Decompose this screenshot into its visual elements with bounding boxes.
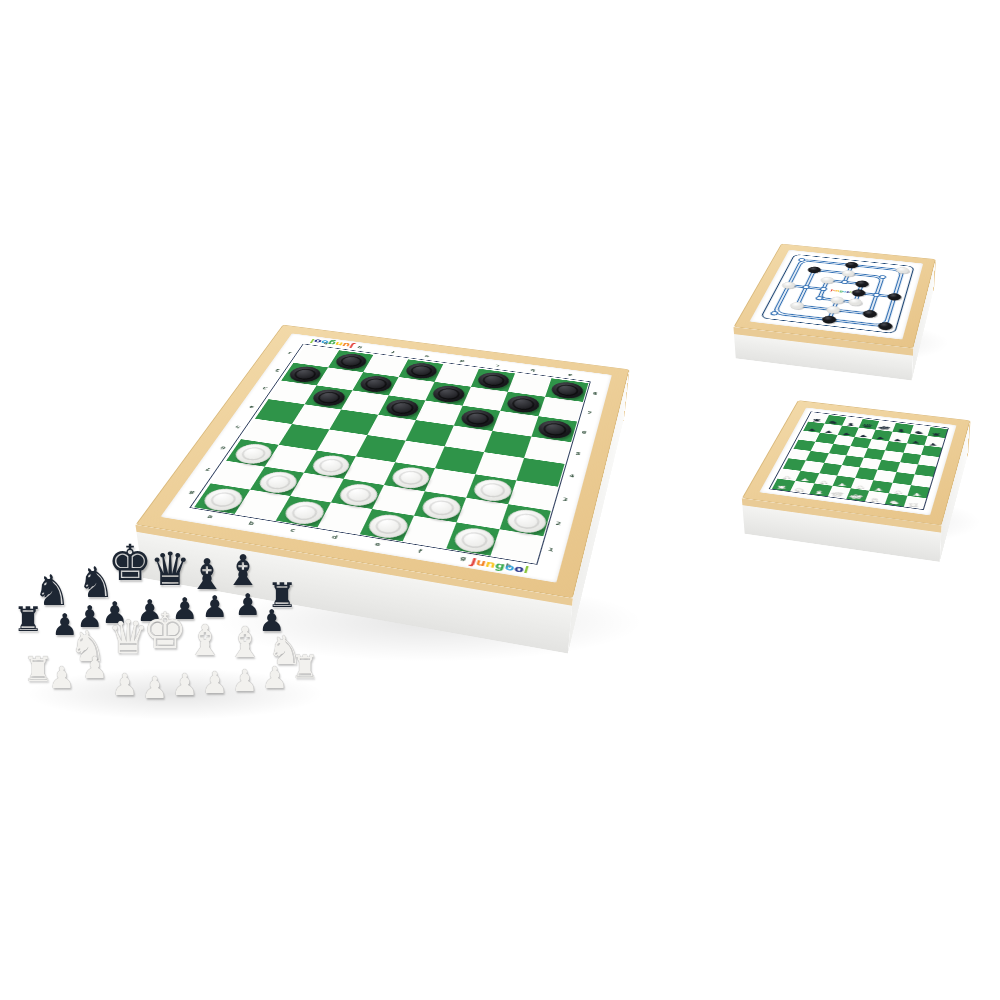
chess-square	[790, 481, 814, 494]
chess-piece-black-king: ♚	[877, 426, 892, 431]
chess-square	[855, 468, 877, 481]
chess-square	[907, 485, 929, 498]
coord-label: 5	[575, 451, 581, 456]
chess-square	[851, 478, 874, 491]
morris-point	[830, 308, 837, 312]
cluster-piece-white-pawn: ♟	[202, 668, 229, 698]
coord-label: 6	[581, 430, 587, 435]
chess-piece-black-knight: ♞	[827, 420, 839, 424]
coord-label: d	[459, 359, 465, 363]
morris-point	[866, 312, 873, 316]
chess-piece-black-rook: ♜	[930, 433, 942, 437]
chess-piece-white-queen: ♛	[830, 492, 845, 497]
stone-shadow	[790, 303, 806, 310]
coord-label: 8	[187, 489, 195, 495]
chess-piece-black-pawn: ♟	[807, 428, 817, 431]
cluster-piece-white-rook: ♜	[291, 651, 320, 683]
cluster-piece-white-pawn: ♟	[112, 670, 139, 700]
coord-label: 4	[569, 473, 575, 478]
chess-square	[778, 468, 801, 481]
chess-square	[837, 465, 860, 477]
morris-point	[841, 280, 848, 284]
coord-label: 3	[261, 386, 268, 390]
stone-shadow	[848, 300, 863, 307]
coord-label: 2	[274, 368, 281, 372]
chess-piece-white-knight: ♞	[887, 500, 901, 505]
chess-board-sheet: ♜♞♝♛♚♝♞♜♟♟♟♟♟♟♟♟♟♟♟♟♟♟♟♟♜♞♝♛♚♝♞♜	[759, 408, 956, 516]
chess-square	[828, 486, 851, 499]
checkers-square-c3	[304, 451, 356, 479]
morris-point	[770, 311, 778, 315]
morris-points	[770, 258, 905, 328]
cluster-piece-black-king: ♚	[108, 538, 153, 588]
chess-piece-black-pawn: ♟	[910, 441, 920, 444]
cluster-piece-black-pawn: ♟	[235, 590, 262, 620]
brand-letter: u	[474, 557, 487, 568]
checkers-square-f3	[425, 468, 476, 497]
morris-point	[834, 298, 841, 302]
morris-point	[879, 275, 886, 278]
coord-label: h	[505, 563, 512, 569]
morris-stone-white	[847, 298, 862, 306]
chess-square	[874, 470, 896, 483]
chess-square	[870, 480, 893, 493]
chess-piece-black-rook: ♜	[811, 419, 822, 422]
coord-label: 7	[587, 410, 593, 415]
chess-piece-white-pawn: ♟	[911, 493, 922, 497]
cluster-piece-black-rook: ♜	[13, 602, 43, 636]
checker-white	[230, 441, 276, 465]
chess-piece-black-pawn: ♟	[858, 434, 868, 437]
chess-piece-white-pawn: ♟	[782, 476, 793, 479]
morris-point	[882, 324, 889, 328]
chess-square	[892, 472, 914, 485]
checkers-square-a3	[226, 439, 279, 466]
chess-square	[911, 475, 933, 488]
chess-piece-black-pawn: ♟	[893, 438, 903, 441]
chess-square	[801, 461, 824, 473]
chess-square	[842, 455, 864, 467]
coord-label: 6	[219, 445, 227, 450]
checkers-square-c2	[290, 473, 343, 503]
checkers-square-f2	[414, 491, 466, 522]
brand-letter: l	[849, 290, 852, 293]
morris-point	[852, 300, 859, 304]
morris-stone-white	[829, 296, 844, 304]
morris-point	[793, 304, 801, 308]
checkers-square-f5	[445, 426, 493, 453]
chess-square	[860, 458, 882, 470]
stone-shadow	[826, 307, 842, 315]
brand-letter: g	[494, 560, 507, 571]
chess-piece-black-knight: ♞	[912, 431, 924, 435]
chess-square	[832, 475, 855, 488]
chess-piece-black-queen: ♛	[860, 424, 874, 428]
checkers-square-g4	[475, 452, 524, 480]
checker-white	[504, 507, 549, 535]
chess-square	[809, 483, 833, 496]
chess-pieces-layer: ♜♞♝♛♚♝♞♜♟♟♟♟♟♟♟♟♟♟♟♟♟♟♟♟♜♞♝♛♚♝♞♜	[772, 413, 948, 509]
chess-square	[846, 488, 869, 501]
checkers-square-e2	[372, 485, 425, 516]
morris-stone-black	[877, 322, 893, 331]
brand-logo-bottom-right: Jungool	[470, 557, 530, 575]
coord-label: b	[530, 368, 536, 372]
brand-letter: o	[503, 562, 515, 573]
chess-piece-black-pawn: ♟	[841, 432, 851, 435]
chess-square	[865, 491, 888, 504]
checkers-square-g2	[457, 498, 509, 530]
chess-square	[783, 458, 806, 470]
coord-label: f	[417, 548, 423, 554]
cluster-piece-white-pawn: ♟	[82, 653, 109, 683]
chess-piece-white-bishop: ♝	[868, 497, 881, 502]
chess-square	[819, 463, 842, 475]
coord-label: 7	[204, 467, 212, 472]
chess-piece-white-pawn: ♟	[855, 485, 865, 489]
coord-label: e	[374, 541, 382, 547]
cluster-piece-white-pawn: ♟	[262, 663, 289, 693]
chess-piece-black-bishop: ♝	[844, 422, 856, 426]
cluster-piece-white-pawn: ♟	[172, 670, 199, 700]
checkers-square-e4	[395, 441, 445, 469]
checkers-square-e3	[384, 462, 435, 491]
chess-piece-white-pawn: ♟	[837, 483, 847, 487]
chess-piece-white-rook: ♜	[907, 503, 920, 507]
coord-label: 1	[547, 547, 554, 553]
brand-letter: l	[522, 565, 530, 576]
checkers-square-e5	[406, 420, 454, 446]
coord-label: a	[567, 373, 572, 377]
stone-shadow	[879, 323, 895, 331]
stone-shadow	[830, 298, 846, 305]
chess-square	[904, 496, 927, 510]
checkers-square-f1	[403, 516, 457, 549]
checkers-square-g1	[446, 522, 499, 555]
cluster-piece-white-king: ♚	[143, 606, 188, 656]
checkers-square-a2	[211, 461, 265, 490]
chess-square	[878, 460, 900, 472]
morris-point	[798, 258, 805, 261]
coord-label: 1	[286, 351, 293, 355]
cluster-piece-white-pawn: ♟	[232, 666, 259, 696]
checkers-square-f4	[435, 446, 484, 474]
checker-white	[470, 477, 514, 503]
chess-game-box: ♜♞♝♛♚♝♞♜♟♟♟♟♟♟♟♟♟♟♟♟♟♟♟♟♜♞♝♛♚♝♞♜	[742, 400, 971, 525]
morris-point	[816, 296, 823, 300]
morris-point	[855, 291, 862, 295]
chess-square	[814, 473, 837, 486]
chess-square	[884, 493, 907, 507]
morris-lines	[772, 259, 904, 327]
coord-label: 8	[592, 391, 598, 395]
brand-letter: n	[484, 559, 497, 570]
checker-white	[335, 481, 381, 507]
chess-piece-white-rook: ♜	[775, 485, 788, 489]
coord-label: e	[424, 354, 430, 358]
morris-boundary	[761, 254, 914, 333]
stone-shadow	[888, 294, 903, 301]
chess-piece-white-king: ♚	[848, 494, 864, 500]
coord-label: g	[356, 346, 362, 350]
checker-white	[451, 525, 498, 554]
chess-piece-cluster: ♞♞♚♛♝♝♜♜♟♟♟♟♟♟♟♟♜♟♞♟♛♟♚♟♝♟♝♟♞♟♜♟	[0, 505, 340, 720]
morris-stone-white	[825, 306, 841, 314]
chess-piece-black-pawn: ♟	[876, 436, 886, 439]
brand-letter: J	[469, 556, 477, 566]
chess-piece-white-bishop: ♝	[812, 490, 826, 495]
chess-square	[772, 478, 796, 491]
chess-piece-white-pawn: ♟	[893, 490, 904, 494]
checkers-square-h5	[524, 437, 571, 464]
stone-shadow	[852, 291, 867, 298]
morris-board-sheet: Jungool	[750, 250, 924, 340]
chess-piece-white-knight: ♞	[793, 487, 807, 492]
checker-white	[254, 469, 301, 495]
morris-stone-black	[851, 289, 866, 297]
checker-white	[364, 512, 412, 540]
cluster-piece-black-queen: ♛	[149, 546, 190, 592]
morris-stone-black	[887, 293, 902, 301]
chess-piece-black-pawn: ♟	[824, 430, 834, 433]
morris-stone-black	[862, 310, 878, 318]
checkers-square-e1	[360, 509, 414, 541]
checker-white	[308, 453, 353, 478]
cluster-piece-black-bishop: ♝	[224, 550, 262, 592]
checkers-square-b2	[250, 467, 304, 496]
coord-label: f	[391, 350, 396, 354]
coord-label: 3	[562, 497, 569, 503]
morris-point	[825, 318, 833, 322]
checkers-square-h1	[491, 529, 544, 563]
checker-white	[418, 494, 464, 521]
chess-piece-black-pawn: ♟	[928, 443, 938, 446]
morris-point	[873, 293, 880, 297]
checkers-square-g5	[484, 431, 531, 458]
chess-square	[914, 464, 936, 476]
coord-label: c	[495, 364, 500, 368]
morris-point	[802, 285, 809, 289]
stone-shadow	[863, 311, 879, 319]
chess-square	[888, 482, 911, 495]
chess-square	[796, 471, 819, 484]
stone-shadow	[822, 317, 838, 325]
cluster-piece-white-bishop: ♝	[226, 622, 264, 664]
morris-stone-white	[789, 302, 805, 310]
morris-point	[891, 295, 898, 299]
chess-piece-white-pawn: ♟	[800, 478, 811, 481]
cluster-piece-white-pawn: ♟	[142, 673, 169, 703]
brand-letter: o	[513, 563, 525, 574]
checker-white	[388, 465, 433, 490]
coord-label: g	[459, 555, 467, 561]
morris-stone-black	[821, 315, 837, 324]
brand-logo-morris-center: Jungool	[830, 289, 852, 294]
checkers-square-h4	[516, 458, 564, 487]
chess-piece-black-bishop: ♝	[895, 429, 907, 433]
morris-point	[820, 287, 827, 291]
coord-label: 2	[555, 521, 562, 527]
checkers-square-b3	[265, 445, 317, 473]
chess-piece-white-pawn: ♟	[818, 480, 828, 484]
checkers-square-h2	[500, 504, 551, 536]
morris-board	[757, 253, 916, 335]
product-photo-multi-game-box: { "product": { "brand": "Jungool", "desc…	[0, 0, 1000, 1000]
chess-square	[896, 462, 918, 474]
cluster-piece-white-bishop: ♝	[186, 620, 224, 662]
checkers-square-d3	[344, 456, 395, 485]
checkers-square-g3	[466, 474, 516, 504]
morris-game-box: Jungool	[733, 244, 935, 349]
coord-label: 4	[248, 405, 255, 410]
checkers-square-h3	[508, 480, 558, 510]
chess-piece-white-pawn: ♟	[874, 488, 884, 492]
coord-label: 5	[234, 424, 241, 429]
